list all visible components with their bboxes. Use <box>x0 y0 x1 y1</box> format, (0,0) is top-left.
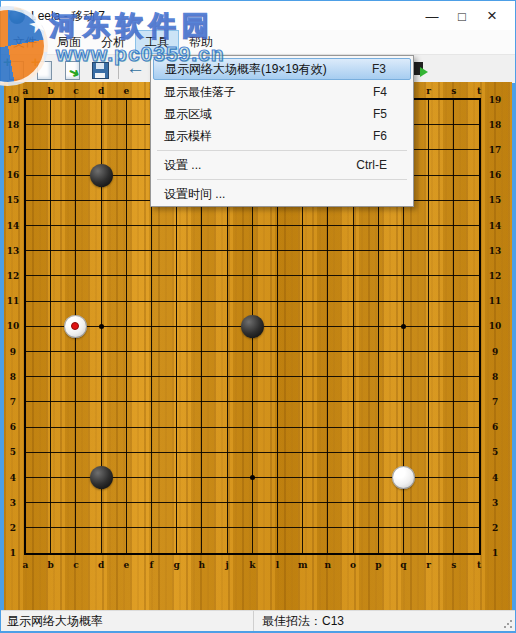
coord-label: 18 <box>5 119 21 131</box>
coord-label: 3 <box>5 497 21 509</box>
coord-label: 4 <box>5 472 21 484</box>
menu-tools[interactable]: 工具 <box>135 30 179 54</box>
stone-white-q4 <box>392 466 415 489</box>
coord-label: 4 <box>487 472 503 484</box>
forward-move-icon[interactable] <box>413 59 435 81</box>
app-window: Leela - 移动 7 — □ × 文件 局面 分析 工具 帮助 + + ➜ … <box>0 0 516 633</box>
coord-label: b <box>42 85 60 97</box>
coord-label: 11 <box>5 295 21 307</box>
open-file-icon[interactable]: ➜ <box>61 59 83 81</box>
coord-label: l <box>269 559 287 571</box>
coord-label: p <box>369 559 387 571</box>
coord-label: 12 <box>5 270 21 282</box>
back-arrow-icon[interactable]: ← <box>125 59 147 81</box>
coord-label: 5 <box>5 446 21 458</box>
coord-label: 11 <box>487 295 503 307</box>
minimize-button[interactable]: — <box>417 1 447 31</box>
coord-label: 2 <box>5 522 21 534</box>
coord-label: r <box>420 85 438 97</box>
coord-label: 6 <box>5 421 21 433</box>
coord-label: q <box>395 559 413 571</box>
window-title: Leela - 移动 7 <box>31 1 105 31</box>
toolbar-separator <box>118 60 119 79</box>
shortcut-f6: F6 <box>373 129 387 143</box>
coord-label: 1 <box>5 547 21 559</box>
coord-label: t <box>470 85 488 97</box>
star-point <box>250 475 255 480</box>
coord-label: s <box>445 85 463 97</box>
star-point <box>99 324 104 329</box>
save-file-icon[interactable] <box>89 59 111 81</box>
menu-item-show-territory[interactable]: 显示区域 F5 <box>151 103 413 125</box>
coord-label: d <box>92 85 110 97</box>
menu-bar: 文件 局面 分析 工具 帮助 <box>1 30 515 54</box>
menu-item-set-time[interactable]: 设置时间 ... <box>151 183 413 205</box>
shortcut-f4: F4 <box>373 85 387 99</box>
coord-label: r <box>420 559 438 571</box>
coord-label: 17 <box>5 144 21 156</box>
close-button[interactable]: × <box>477 1 507 31</box>
coord-label: 16 <box>5 169 21 181</box>
coord-label: b <box>42 559 60 571</box>
shortcut-f3: F3 <box>372 62 386 76</box>
new-variation-icon[interactable]: + <box>33 59 55 81</box>
stone-black-k10 <box>241 315 264 338</box>
coord-label: k <box>243 559 261 571</box>
coord-label: e <box>117 85 135 97</box>
coord-label: 18 <box>487 119 503 131</box>
menu-help[interactable]: 帮助 <box>179 30 223 54</box>
coord-label: j <box>218 559 236 571</box>
last-move-marker <box>71 322 79 330</box>
coord-label: h <box>193 559 211 571</box>
coord-label: 3 <box>487 497 503 509</box>
coord-label: 15 <box>5 194 21 206</box>
coord-label: 8 <box>487 371 503 383</box>
coord-label: 13 <box>487 245 503 257</box>
menu-analysis[interactable]: 分析 <box>91 30 135 54</box>
coord-label: c <box>67 85 85 97</box>
coord-label: 2 <box>487 522 503 534</box>
coord-label: 16 <box>487 169 503 181</box>
coord-label: t <box>470 559 488 571</box>
coord-label: 8 <box>5 371 21 383</box>
coord-label: n <box>319 559 337 571</box>
menu-separator <box>157 150 407 151</box>
status-bar: 显示网络大场概率 最佳招法：C13 <box>1 610 515 631</box>
menu-file[interactable]: 文件 <box>3 30 47 54</box>
best-move-status: 最佳招法：C13 <box>254 611 515 631</box>
coord-label: 10 <box>487 320 503 332</box>
coord-label: 9 <box>487 346 503 358</box>
coord-label: 1 <box>487 547 503 559</box>
coord-label: 19 <box>487 94 503 106</box>
tools-dropdown-menu: 显示网络大场概率(19×19有效) F3 显示最佳落子 F4 显示区域 F5 显… <box>150 55 414 207</box>
coord-label: 14 <box>5 220 21 232</box>
coord-label: 12 <box>487 270 503 282</box>
coord-label: 9 <box>5 346 21 358</box>
coord-label: a <box>17 559 35 571</box>
stone-black-d16 <box>90 164 113 187</box>
new-board-icon[interactable]: + <box>5 59 27 81</box>
menu-item-settings[interactable]: 设置 ... Ctrl-E <box>151 154 413 176</box>
coord-label: 7 <box>5 396 21 408</box>
shortcut-ctrl-e: Ctrl-E <box>356 158 387 172</box>
coord-label: s <box>445 559 463 571</box>
coord-label: 10 <box>5 320 21 332</box>
menu-item-show-moyo[interactable]: 显示模样 F6 <box>151 125 413 147</box>
menu-separator <box>157 179 407 180</box>
coord-label: 17 <box>487 144 503 156</box>
shortcut-f5: F5 <box>373 107 387 121</box>
title-bar: Leela - 移动 7 — □ × <box>1 1 515 30</box>
menu-item-show-best-move[interactable]: 显示最佳落子 F4 <box>151 81 413 103</box>
resize-grip[interactable] <box>503 619 513 629</box>
coord-label: g <box>168 559 186 571</box>
coord-label: 7 <box>487 396 503 408</box>
star-point <box>401 324 406 329</box>
coord-label: 6 <box>487 421 503 433</box>
coord-label: 5 <box>487 446 503 458</box>
menu-position[interactable]: 局面 <box>47 30 91 54</box>
coord-label: m <box>294 559 312 571</box>
coord-label: f <box>143 559 161 571</box>
maximize-button[interactable]: □ <box>447 1 477 31</box>
coord-label: 14 <box>487 220 503 232</box>
menu-item-show-network-probability[interactable]: 显示网络大场概率(19×19有效) F3 <box>153 58 411 80</box>
coord-label: c <box>67 559 85 571</box>
coord-label: e <box>117 559 135 571</box>
coord-label: 19 <box>5 94 21 106</box>
coord-label: d <box>92 559 110 571</box>
status-message: 显示网络大场概率 <box>1 611 254 631</box>
coord-label: o <box>344 559 362 571</box>
coord-label: 15 <box>487 194 503 206</box>
coord-label: 13 <box>5 245 21 257</box>
stone-black-d4 <box>90 466 113 489</box>
app-icon <box>9 8 25 24</box>
